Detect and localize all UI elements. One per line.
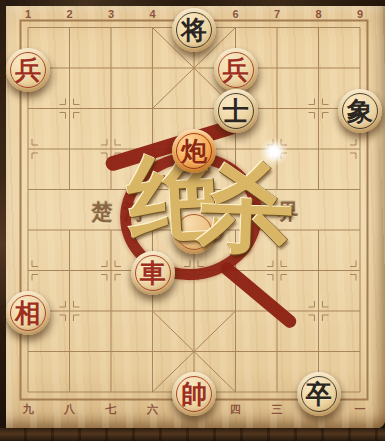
- piece-glyph: 兵: [223, 57, 249, 83]
- piece-glyph: 士: [223, 98, 249, 124]
- piece-glyph: 将: [181, 17, 207, 43]
- piece-red-elephant[interactable]: 相: [6, 291, 50, 335]
- table-edge-top: [0, 0, 385, 6]
- table-edge-bottom: [0, 428, 385, 441]
- piece-glyph: 帥: [181, 381, 207, 407]
- table-edge-left: [0, 0, 6, 441]
- piece-black-advisor[interactable]: 士: [214, 89, 258, 133]
- piece-red-soldier-right[interactable]: 兵: [214, 48, 258, 92]
- piece-red-chariot[interactable]: 車: [131, 251, 175, 295]
- river-text-left: 楚河: [81, 198, 156, 226]
- piece-black-soldier[interactable]: 卒: [297, 372, 341, 416]
- piece-glyph: 卒: [306, 381, 332, 407]
- piece-glyph: 炮: [181, 138, 207, 164]
- piece-black-elephant[interactable]: 象: [338, 89, 382, 133]
- piece-black-general[interactable]: 将: [172, 8, 216, 52]
- piece-glyph: 兵: [15, 57, 41, 83]
- piece-red-cannon[interactable]: 炮: [172, 129, 216, 173]
- piece-glyph: 象: [347, 98, 373, 124]
- piece-red-general[interactable]: 帥: [172, 372, 216, 416]
- river-text-right: 漢界: [235, 198, 310, 226]
- piece-glyph: 車: [140, 260, 166, 286]
- piece-red-soldier-left[interactable]: 兵: [6, 48, 50, 92]
- xiangqi-app-screen: 123456789 九八七六五四三二一 楚河 漢界 将兵兵士象炮車相帥卒 绝 杀: [0, 0, 385, 441]
- piece-hidden-piece-behind-logo[interactable]: [172, 210, 216, 254]
- pieces-grid: 将兵兵士象炮車相帥卒: [7, 7, 381, 412]
- piece-glyph: 相: [15, 300, 41, 326]
